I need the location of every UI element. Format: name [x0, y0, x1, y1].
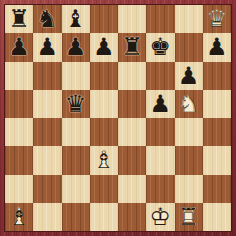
piece-fill-glyph: ♚	[146, 33, 174, 61]
square-c4[interactable]	[62, 118, 90, 146]
square-h6[interactable]	[203, 62, 231, 90]
square-g8[interactable]	[175, 5, 203, 33]
square-g6[interactable]: ♟	[175, 62, 203, 90]
piece-white-rook[interactable]: ♜♖	[175, 203, 203, 231]
square-b5[interactable]	[33, 90, 61, 118]
piece-fill-glyph: ♟	[90, 33, 118, 61]
square-a3[interactable]	[5, 146, 33, 174]
piece-black-pawn[interactable]: ♟	[203, 33, 231, 61]
square-h5[interactable]	[203, 90, 231, 118]
square-d4[interactable]	[90, 118, 118, 146]
square-e7[interactable]: ♜	[118, 33, 146, 61]
square-f5[interactable]: ♟	[146, 90, 174, 118]
square-h8[interactable]: ♛♕	[203, 5, 231, 33]
square-g5[interactable]: ♞♘	[175, 90, 203, 118]
square-a1[interactable]: ♝♗	[5, 203, 33, 231]
piece-white-knight[interactable]: ♞♘	[175, 90, 203, 118]
piece-black-pawn[interactable]: ♟	[175, 62, 203, 90]
square-h1[interactable]	[203, 203, 231, 231]
square-e4[interactable]	[118, 118, 146, 146]
square-b6[interactable]	[33, 62, 61, 90]
square-d1[interactable]	[90, 203, 118, 231]
square-e2[interactable]	[118, 175, 146, 203]
square-d7[interactable]: ♟	[90, 33, 118, 61]
piece-fill-glyph: ♟	[62, 33, 90, 61]
square-g2[interactable]	[175, 175, 203, 203]
piece-black-pawn[interactable]: ♟	[5, 33, 33, 61]
piece-fill-glyph: ♞	[33, 5, 61, 33]
square-e3[interactable]	[118, 146, 146, 174]
square-h2[interactable]	[203, 175, 231, 203]
square-a4[interactable]	[5, 118, 33, 146]
square-g4[interactable]	[175, 118, 203, 146]
square-b8[interactable]: ♞	[33, 5, 61, 33]
square-a7[interactable]: ♟	[5, 33, 33, 61]
piece-fill-glyph: ♟	[5, 33, 33, 61]
piece-black-bishop[interactable]: ♝	[62, 5, 90, 33]
square-f3[interactable]	[146, 146, 174, 174]
piece-fill-glyph: ♟	[33, 33, 61, 61]
square-a8[interactable]: ♜	[5, 5, 33, 33]
square-f8[interactable]	[146, 5, 174, 33]
piece-white-king[interactable]: ♚♔	[146, 203, 174, 231]
square-c6[interactable]	[62, 62, 90, 90]
square-c7[interactable]: ♟	[62, 33, 90, 61]
piece-white-bishop[interactable]: ♝♗	[5, 203, 33, 231]
piece-black-rook[interactable]: ♜	[5, 5, 33, 33]
square-g1[interactable]: ♜♖	[175, 203, 203, 231]
square-d2[interactable]	[90, 175, 118, 203]
square-c2[interactable]	[62, 175, 90, 203]
square-f4[interactable]	[146, 118, 174, 146]
square-h3[interactable]	[203, 146, 231, 174]
square-e8[interactable]	[118, 5, 146, 33]
square-e5[interactable]	[118, 90, 146, 118]
piece-outline-glyph: ♖	[175, 203, 203, 231]
square-a2[interactable]	[5, 175, 33, 203]
square-g7[interactable]	[175, 33, 203, 61]
piece-black-pawn[interactable]: ♟	[90, 33, 118, 61]
piece-black-queen[interactable]: ♛	[62, 90, 90, 118]
piece-fill-glyph: ♛	[62, 90, 90, 118]
square-f2[interactable]	[146, 175, 174, 203]
square-b2[interactable]	[33, 175, 61, 203]
square-b4[interactable]	[33, 118, 61, 146]
piece-white-bishop[interactable]: ♝♗	[90, 146, 118, 174]
square-f1[interactable]: ♚♔	[146, 203, 174, 231]
piece-black-pawn[interactable]: ♟	[33, 33, 61, 61]
square-c1[interactable]	[62, 203, 90, 231]
piece-outline-glyph: ♗	[5, 203, 33, 231]
square-a6[interactable]	[5, 62, 33, 90]
square-d5[interactable]	[90, 90, 118, 118]
square-f7[interactable]: ♚	[146, 33, 174, 61]
piece-black-pawn[interactable]: ♟	[146, 90, 174, 118]
square-c3[interactable]	[62, 146, 90, 174]
piece-black-king[interactable]: ♚	[146, 33, 174, 61]
square-c5[interactable]: ♛	[62, 90, 90, 118]
square-b3[interactable]	[33, 146, 61, 174]
piece-outline-glyph: ♕	[203, 5, 231, 33]
piece-black-knight[interactable]: ♞	[33, 5, 61, 33]
piece-fill-glyph: ♝	[62, 5, 90, 33]
square-h7[interactable]: ♟	[203, 33, 231, 61]
square-d3[interactable]: ♝♗	[90, 146, 118, 174]
board-frame: ♜♞♝♛♕♟♟♟♟♜♚♟♟♛♟♞♘♝♗♝♗♚♔♜♖	[0, 0, 236, 236]
square-e6[interactable]	[118, 62, 146, 90]
piece-outline-glyph: ♔	[146, 203, 174, 231]
square-f6[interactable]	[146, 62, 174, 90]
square-g3[interactable]	[175, 146, 203, 174]
piece-outline-glyph: ♘	[175, 90, 203, 118]
piece-fill-glyph: ♟	[203, 33, 231, 61]
square-c8[interactable]: ♝	[62, 5, 90, 33]
square-b1[interactable]	[33, 203, 61, 231]
square-d8[interactable]	[90, 5, 118, 33]
chess-board: ♜♞♝♛♕♟♟♟♟♜♚♟♟♛♟♞♘♝♗♝♗♚♔♜♖	[5, 5, 231, 231]
square-a5[interactable]	[5, 90, 33, 118]
piece-black-pawn[interactable]: ♟	[62, 33, 90, 61]
square-h4[interactable]	[203, 118, 231, 146]
square-e1[interactable]	[118, 203, 146, 231]
piece-fill-glyph: ♟	[175, 62, 203, 90]
square-d6[interactable]	[90, 62, 118, 90]
piece-fill-glyph: ♜	[118, 33, 146, 61]
piece-black-rook[interactable]: ♜	[118, 33, 146, 61]
square-b7[interactable]: ♟	[33, 33, 61, 61]
piece-outline-glyph: ♗	[90, 146, 118, 174]
piece-fill-glyph: ♜	[5, 5, 33, 33]
piece-white-queen[interactable]: ♛♕	[203, 5, 231, 33]
piece-fill-glyph: ♟	[146, 90, 174, 118]
